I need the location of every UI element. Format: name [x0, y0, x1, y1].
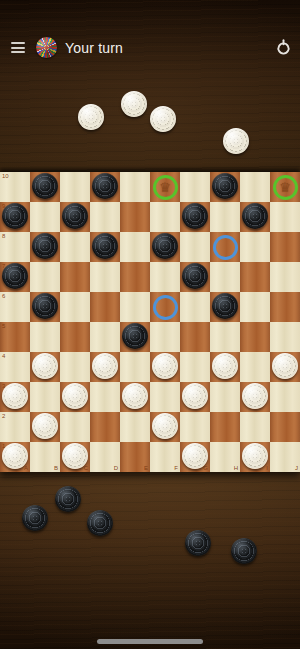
white-piece[interactable]: [122, 383, 148, 409]
cell-j4[interactable]: [270, 352, 300, 382]
captured-black-piece: [185, 530, 211, 556]
cell-g8[interactable]: [180, 232, 210, 262]
cell-a1[interactable]: 1A: [0, 442, 30, 472]
white-piece[interactable]: [92, 353, 118, 379]
cell-c6[interactable]: [60, 292, 90, 322]
black-piece[interactable]: [92, 173, 118, 199]
cell-f10[interactable]: ♛: [150, 172, 180, 202]
cell-j1[interactable]: J: [270, 442, 300, 472]
cell-c9[interactable]: [60, 202, 90, 232]
cell-b1[interactable]: B: [30, 442, 60, 472]
white-piece[interactable]: [182, 443, 208, 469]
menu-icon[interactable]: [11, 42, 25, 53]
cell-b4[interactable]: [30, 352, 60, 382]
rank-label: 4: [2, 353, 5, 359]
cell-a9[interactable]: 9: [0, 202, 30, 232]
white-piece[interactable]: [182, 383, 208, 409]
cell-j5[interactable]: [270, 322, 300, 352]
file-label: E: [144, 465, 148, 471]
captured-black-piece: [55, 486, 81, 512]
cell-i8[interactable]: [240, 232, 270, 262]
rank-label: 5: [2, 323, 5, 329]
white-piece[interactable]: [152, 353, 178, 379]
promotion-target-highlight[interactable]: ♛: [273, 175, 298, 200]
rank-label: 6: [2, 293, 5, 299]
cell-c4[interactable]: [60, 352, 90, 382]
cell-a2[interactable]: 2: [0, 412, 30, 442]
captured-black-piece: [87, 510, 113, 536]
rank-label: 2: [2, 413, 5, 419]
cell-j6[interactable]: [270, 292, 300, 322]
cell-h10[interactable]: [210, 172, 240, 202]
captured-white-piece: [121, 91, 147, 117]
white-piece[interactable]: [62, 443, 88, 469]
cell-i7[interactable]: [240, 262, 270, 292]
cell-h9[interactable]: [210, 202, 240, 232]
black-piece[interactable]: [242, 203, 268, 229]
cell-i10[interactable]: [240, 172, 270, 202]
white-piece[interactable]: [2, 383, 28, 409]
white-piece[interactable]: [242, 383, 268, 409]
cell-g4[interactable]: [180, 352, 210, 382]
black-piece[interactable]: [182, 263, 208, 289]
app-screen: Your turn 10♛♛987654321ABCDEFGHIJ: [0, 0, 300, 649]
cell-f3[interactable]: [150, 382, 180, 412]
cell-j10[interactable]: ♛: [270, 172, 300, 202]
cell-i4[interactable]: [240, 352, 270, 382]
cell-c3[interactable]: [60, 382, 90, 412]
cell-g1[interactable]: G: [180, 442, 210, 472]
cell-e7[interactable]: [120, 262, 150, 292]
cell-j9[interactable]: [270, 202, 300, 232]
black-piece[interactable]: [212, 173, 238, 199]
black-piece[interactable]: [212, 293, 238, 319]
cell-d1[interactable]: D: [90, 442, 120, 472]
black-piece[interactable]: [152, 233, 178, 259]
cell-e3[interactable]: [120, 382, 150, 412]
captured-white-piece: [150, 106, 176, 132]
white-piece[interactable]: [152, 413, 178, 439]
cell-c1[interactable]: C: [60, 442, 90, 472]
board: 10♛♛987654321ABCDEFGHIJ: [0, 172, 300, 472]
top-bar: Your turn: [0, 0, 300, 70]
cell-h8[interactable]: [210, 232, 240, 262]
home-indicator[interactable]: [97, 639, 203, 644]
white-piece[interactable]: [212, 353, 238, 379]
cell-j7[interactable]: [270, 262, 300, 292]
cell-h5[interactable]: [210, 322, 240, 352]
cell-h1[interactable]: H: [210, 442, 240, 472]
cell-a10[interactable]: 10: [0, 172, 30, 202]
white-piece[interactable]: [62, 383, 88, 409]
cell-b7[interactable]: [30, 262, 60, 292]
crown-icon: ♛: [159, 181, 171, 194]
cell-g9[interactable]: [180, 202, 210, 232]
cell-g2[interactable]: [180, 412, 210, 442]
move-target-highlight[interactable]: [153, 295, 178, 320]
cell-h4[interactable]: [210, 352, 240, 382]
file-label: G: [203, 465, 208, 471]
cell-b10[interactable]: [30, 172, 60, 202]
cell-d2[interactable]: [90, 412, 120, 442]
cell-b9[interactable]: [30, 202, 60, 232]
cell-f5[interactable]: [150, 322, 180, 352]
cell-j3[interactable]: [270, 382, 300, 412]
cell-g10[interactable]: [180, 172, 210, 202]
cell-e1[interactable]: E: [120, 442, 150, 472]
cell-c10[interactable]: [60, 172, 90, 202]
cell-d10[interactable]: [90, 172, 120, 202]
black-piece[interactable]: [32, 173, 58, 199]
white-piece[interactable]: [2, 443, 28, 469]
cell-g5[interactable]: [180, 322, 210, 352]
cell-i5[interactable]: [240, 322, 270, 352]
cell-h7[interactable]: [210, 262, 240, 292]
file-label: B: [54, 465, 58, 471]
cell-g7[interactable]: [180, 262, 210, 292]
cell-b8[interactable]: [30, 232, 60, 262]
captured-white-piece: [223, 128, 249, 154]
cell-e2[interactable]: [120, 412, 150, 442]
cell-a4[interactable]: 4: [0, 352, 30, 382]
cell-g3[interactable]: [180, 382, 210, 412]
move-target-highlight[interactable]: [213, 235, 238, 260]
white-piece[interactable]: [32, 413, 58, 439]
cell-d9[interactable]: [90, 202, 120, 232]
captured-white-piece: [78, 104, 104, 130]
cell-f2[interactable]: [150, 412, 180, 442]
black-piece[interactable]: [2, 203, 28, 229]
rank-label: 10: [2, 173, 9, 179]
file-label: C: [84, 465, 88, 471]
cell-f6[interactable]: [150, 292, 180, 322]
cell-j2[interactable]: [270, 412, 300, 442]
cell-h2[interactable]: [210, 412, 240, 442]
cell-d6[interactable]: [90, 292, 120, 322]
cell-b2[interactable]: [30, 412, 60, 442]
white-piece[interactable]: [32, 353, 58, 379]
cell-f4[interactable]: [150, 352, 180, 382]
cell-e9[interactable]: [120, 202, 150, 232]
black-piece[interactable]: [62, 203, 88, 229]
promotion-target-highlight[interactable]: ♛: [153, 175, 178, 200]
file-label: I: [266, 465, 268, 471]
cell-e10[interactable]: [120, 172, 150, 202]
black-piece[interactable]: [2, 263, 28, 289]
cell-c7[interactable]: [60, 262, 90, 292]
cell-b5[interactable]: [30, 322, 60, 352]
cell-i3[interactable]: [240, 382, 270, 412]
cell-c5[interactable]: [60, 322, 90, 352]
cell-i2[interactable]: [240, 412, 270, 442]
cell-g6[interactable]: [180, 292, 210, 322]
cell-i9[interactable]: [240, 202, 270, 232]
crown-icon: ♛: [279, 181, 291, 194]
cell-b6[interactable]: [30, 292, 60, 322]
cell-h3[interactable]: [210, 382, 240, 412]
cell-a5[interactable]: 5: [0, 322, 30, 352]
cell-a8[interactable]: 8: [0, 232, 30, 262]
cell-i6[interactable]: [240, 292, 270, 322]
black-piece[interactable]: [92, 233, 118, 259]
cell-d7[interactable]: [90, 262, 120, 292]
white-piece[interactable]: [242, 443, 268, 469]
cell-e5[interactable]: [120, 322, 150, 352]
cell-e4[interactable]: [120, 352, 150, 382]
cell-c8[interactable]: [60, 232, 90, 262]
cell-a6[interactable]: 6: [0, 292, 30, 322]
file-label: H: [234, 465, 238, 471]
cell-f7[interactable]: [150, 262, 180, 292]
cell-a3[interactable]: 3: [0, 382, 30, 412]
captured-black-piece: [22, 505, 48, 531]
black-piece[interactable]: [122, 323, 148, 349]
cell-d8[interactable]: [90, 232, 120, 262]
cell-h6[interactable]: [210, 292, 240, 322]
cell-f8[interactable]: [150, 232, 180, 262]
cell-e8[interactable]: [120, 232, 150, 262]
cell-i1[interactable]: I: [240, 442, 270, 472]
restart-icon[interactable]: [275, 39, 292, 56]
black-piece[interactable]: [32, 293, 58, 319]
file-label: J: [295, 465, 298, 471]
cell-e6[interactable]: [120, 292, 150, 322]
cell-d5[interactable]: [90, 322, 120, 352]
captured-black-piece: [231, 538, 257, 564]
white-piece[interactable]: [272, 353, 298, 379]
black-piece[interactable]: [182, 203, 208, 229]
cell-f1[interactable]: F: [150, 442, 180, 472]
flag-globe-icon[interactable]: [36, 37, 57, 58]
rank-label: 8: [2, 233, 5, 239]
cell-d3[interactable]: [90, 382, 120, 412]
file-label: D: [114, 465, 118, 471]
status-title: Your turn: [65, 40, 123, 56]
cell-f9[interactable]: [150, 202, 180, 232]
cell-c2[interactable]: [60, 412, 90, 442]
file-label: F: [174, 465, 178, 471]
black-piece[interactable]: [32, 233, 58, 259]
file-label: A: [24, 465, 28, 471]
cell-b3[interactable]: [30, 382, 60, 412]
cell-j8[interactable]: [270, 232, 300, 262]
cell-d4[interactable]: [90, 352, 120, 382]
cell-a7[interactable]: 7: [0, 262, 30, 292]
